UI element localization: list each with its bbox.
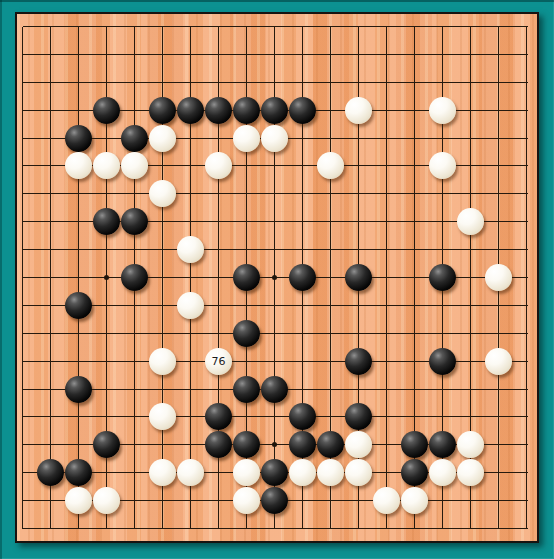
app-window: 76 [0, 0, 554, 559]
goban-board[interactable] [15, 12, 539, 543]
